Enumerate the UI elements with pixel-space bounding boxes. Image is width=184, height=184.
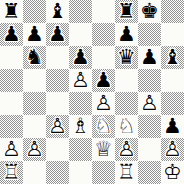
piece-glyph: ♟ bbox=[23, 23, 46, 46]
square-c5[interactable] bbox=[46, 69, 69, 92]
piece-glyph: ♜ bbox=[0, 0, 23, 23]
square-f7[interactable]: ♟♟ bbox=[115, 23, 138, 46]
square-b6[interactable]: ♞♞ bbox=[23, 46, 46, 69]
square-b2[interactable]: ♟♙ bbox=[23, 138, 46, 161]
square-f5[interactable] bbox=[115, 69, 138, 92]
piece-glyph: ♟ bbox=[138, 46, 161, 69]
piece-glyph: ♟ bbox=[92, 69, 115, 92]
square-c2[interactable] bbox=[46, 138, 69, 161]
square-f1[interactable]: ♜♖ bbox=[115, 161, 138, 184]
square-f3[interactable]: ♞♘ bbox=[115, 115, 138, 138]
black-rook[interactable]: ♜♜ bbox=[0, 0, 23, 23]
piece-glyph: ♙ bbox=[138, 92, 161, 115]
white-queen[interactable]: ♛♕ bbox=[92, 138, 115, 161]
black-knight[interactable]: ♞♞ bbox=[23, 46, 46, 69]
square-e1[interactable] bbox=[92, 161, 115, 184]
square-a5[interactable] bbox=[0, 69, 23, 92]
black-rook[interactable]: ♜♜ bbox=[115, 0, 138, 23]
square-g1[interactable] bbox=[138, 161, 161, 184]
square-b8[interactable] bbox=[23, 0, 46, 23]
square-h5[interactable] bbox=[161, 69, 184, 92]
square-e7[interactable] bbox=[92, 23, 115, 46]
square-h3[interactable]: ♟♟ bbox=[161, 115, 184, 138]
square-h4[interactable] bbox=[161, 92, 184, 115]
black-pawn[interactable]: ♟♟ bbox=[92, 69, 115, 92]
square-d8[interactable] bbox=[69, 0, 92, 23]
piece-glyph: ♘ bbox=[115, 115, 138, 138]
piece-glyph: ♖ bbox=[0, 161, 23, 184]
piece-glyph: ♝ bbox=[46, 0, 69, 23]
square-a7[interactable]: ♟♟ bbox=[0, 23, 23, 46]
black-pawn[interactable]: ♟♟ bbox=[46, 23, 69, 46]
piece-glyph: ♛ bbox=[115, 46, 138, 69]
piece-glyph: ♔ bbox=[161, 161, 184, 184]
square-a1[interactable]: ♜♖ bbox=[0, 161, 23, 184]
square-g5[interactable] bbox=[138, 69, 161, 92]
square-d7[interactable] bbox=[69, 23, 92, 46]
square-h6[interactable]: ♝♝ bbox=[161, 46, 184, 69]
black-pawn[interactable]: ♟♟ bbox=[161, 115, 184, 138]
square-b4[interactable] bbox=[23, 92, 46, 115]
piece-glyph: ♙ bbox=[46, 115, 69, 138]
square-d3[interactable]: ♝♗ bbox=[69, 115, 92, 138]
square-a4[interactable] bbox=[0, 92, 23, 115]
black-bishop[interactable]: ♝♝ bbox=[161, 46, 184, 69]
square-g7[interactable] bbox=[138, 23, 161, 46]
piece-glyph: ♞ bbox=[23, 46, 46, 69]
square-c3[interactable]: ♟♙ bbox=[46, 115, 69, 138]
square-d6[interactable]: ♟♟ bbox=[69, 46, 92, 69]
square-g3[interactable] bbox=[138, 115, 161, 138]
black-bishop[interactable]: ♝♝ bbox=[46, 0, 69, 23]
piece-glyph: ♙ bbox=[69, 69, 92, 92]
black-pawn[interactable]: ♟♟ bbox=[69, 46, 92, 69]
white-king[interactable]: ♚♔ bbox=[161, 161, 184, 184]
white-pawn[interactable]: ♟♙ bbox=[92, 92, 115, 115]
square-h7[interactable] bbox=[161, 23, 184, 46]
square-f2[interactable]: ♟♙ bbox=[115, 138, 138, 161]
square-c8[interactable]: ♝♝ bbox=[46, 0, 69, 23]
piece-glyph: ♙ bbox=[23, 138, 46, 161]
square-e2[interactable]: ♛♕ bbox=[92, 138, 115, 161]
white-pawn[interactable]: ♟♙ bbox=[138, 92, 161, 115]
white-rook[interactable]: ♜♖ bbox=[115, 161, 138, 184]
piece-glyph: ♙ bbox=[92, 92, 115, 115]
square-g6[interactable]: ♟♟ bbox=[138, 46, 161, 69]
white-bishop[interactable]: ♝♗ bbox=[69, 115, 92, 138]
white-pawn[interactable]: ♟♙ bbox=[161, 138, 184, 161]
black-pawn[interactable]: ♟♟ bbox=[115, 23, 138, 46]
square-d1[interactable] bbox=[69, 161, 92, 184]
square-a2[interactable]: ♟♙ bbox=[0, 138, 23, 161]
square-e5[interactable]: ♟♟ bbox=[92, 69, 115, 92]
square-b1[interactable] bbox=[23, 161, 46, 184]
square-b7[interactable]: ♟♟ bbox=[23, 23, 46, 46]
chess-board: ♜♜♝♝♜♜♚♚♟♟♟♟♟♟♟♟♞♞♟♟♛♛♟♟♝♝♟♙♟♟♟♙♟♙♟♙♝♗♞♘… bbox=[0, 0, 184, 184]
piece-glyph: ♙ bbox=[115, 138, 138, 161]
piece-glyph: ♟ bbox=[161, 115, 184, 138]
square-g8[interactable]: ♚♚ bbox=[138, 0, 161, 23]
piece-glyph: ♟ bbox=[69, 46, 92, 69]
piece-glyph: ♝ bbox=[161, 46, 184, 69]
square-c1[interactable] bbox=[46, 161, 69, 184]
piece-glyph: ♙ bbox=[0, 138, 23, 161]
black-queen[interactable]: ♛♛ bbox=[115, 46, 138, 69]
piece-glyph: ♚ bbox=[138, 0, 161, 23]
square-d5[interactable]: ♟♙ bbox=[69, 69, 92, 92]
square-c7[interactable]: ♟♟ bbox=[46, 23, 69, 46]
white-knight[interactable]: ♞♘ bbox=[92, 115, 115, 138]
square-f6[interactable]: ♛♛ bbox=[115, 46, 138, 69]
square-f4[interactable] bbox=[115, 92, 138, 115]
piece-glyph: ♙ bbox=[161, 138, 184, 161]
piece-glyph: ♕ bbox=[92, 138, 115, 161]
square-h1[interactable]: ♚♔ bbox=[161, 161, 184, 184]
square-b3[interactable] bbox=[23, 115, 46, 138]
square-c4[interactable] bbox=[46, 92, 69, 115]
piece-glyph: ♘ bbox=[92, 115, 115, 138]
square-e4[interactable]: ♟♙ bbox=[92, 92, 115, 115]
piece-glyph: ♟ bbox=[0, 23, 23, 46]
square-e3[interactable]: ♞♘ bbox=[92, 115, 115, 138]
square-g4[interactable]: ♟♙ bbox=[138, 92, 161, 115]
piece-glyph: ♟ bbox=[115, 23, 138, 46]
white-pawn[interactable]: ♟♙ bbox=[69, 69, 92, 92]
square-a6[interactable] bbox=[0, 46, 23, 69]
square-g2[interactable] bbox=[138, 138, 161, 161]
square-a3[interactable] bbox=[0, 115, 23, 138]
square-c6[interactable] bbox=[46, 46, 69, 69]
square-e8[interactable] bbox=[92, 0, 115, 23]
square-d2[interactable] bbox=[69, 138, 92, 161]
black-pawn[interactable]: ♟♟ bbox=[23, 23, 46, 46]
square-h8[interactable] bbox=[161, 0, 184, 23]
square-e6[interactable] bbox=[92, 46, 115, 69]
piece-glyph: ♗ bbox=[69, 115, 92, 138]
white-rook[interactable]: ♜♖ bbox=[0, 161, 23, 184]
square-a8[interactable]: ♜♜ bbox=[0, 0, 23, 23]
white-pawn[interactable]: ♟♙ bbox=[115, 138, 138, 161]
piece-glyph: ♟ bbox=[46, 23, 69, 46]
piece-glyph: ♜ bbox=[115, 0, 138, 23]
black-pawn[interactable]: ♟♟ bbox=[0, 23, 23, 46]
black-king[interactable]: ♚♚ bbox=[138, 0, 161, 23]
white-pawn[interactable]: ♟♙ bbox=[23, 138, 46, 161]
square-d4[interactable] bbox=[69, 92, 92, 115]
piece-glyph: ♖ bbox=[115, 161, 138, 184]
white-pawn[interactable]: ♟♙ bbox=[0, 138, 23, 161]
square-b5[interactable] bbox=[23, 69, 46, 92]
square-f8[interactable]: ♜♜ bbox=[115, 0, 138, 23]
square-h2[interactable]: ♟♙ bbox=[161, 138, 184, 161]
white-knight[interactable]: ♞♘ bbox=[115, 115, 138, 138]
black-pawn[interactable]: ♟♟ bbox=[138, 46, 161, 69]
white-pawn[interactable]: ♟♙ bbox=[46, 115, 69, 138]
